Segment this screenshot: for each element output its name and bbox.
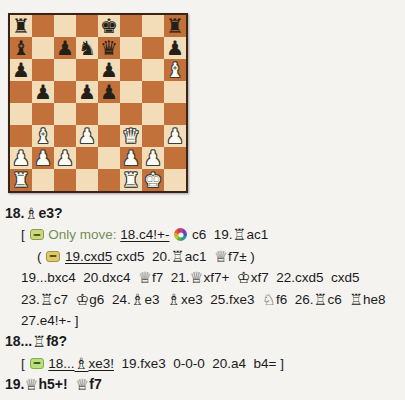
square-f2: ♟ bbox=[120, 147, 142, 169]
square-c5 bbox=[54, 81, 76, 103]
move-text[interactable]: xf7+ bbox=[203, 270, 236, 285]
square-f7 bbox=[120, 37, 142, 59]
move-text[interactable]: 23. bbox=[21, 292, 40, 307]
figurine-Q: ♕ bbox=[214, 248, 228, 266]
analysis-line-1: 18.♗e3? bbox=[0, 203, 405, 224]
figurine-Q: ♕ bbox=[190, 269, 204, 287]
square-g7 bbox=[142, 37, 164, 59]
square-a3 bbox=[10, 125, 32, 147]
chess-board-grid: ♜♚♜♝♟♞♛♟♟♟♝♟♟♟♝♟♛♟♟♟♟♟♟♜♜♚ bbox=[10, 15, 186, 191]
square-d4 bbox=[76, 103, 98, 125]
square-e6: ♟ bbox=[98, 59, 120, 81]
square-e1 bbox=[98, 169, 120, 191]
square-c3 bbox=[54, 125, 76, 147]
piece-white-bishop: ♝ bbox=[34, 125, 52, 147]
figurine-Q: ♕ bbox=[138, 269, 152, 287]
move-text[interactable]: 18... bbox=[5, 333, 32, 349]
square-b7 bbox=[32, 37, 54, 59]
analysis-line-8: [ 18...♗xe3! 19.fxe3 0-0-0 20.a4 b4= ] bbox=[0, 353, 405, 374]
square-h8: ♜ bbox=[164, 15, 186, 37]
figurine-B: ♗ bbox=[24, 205, 38, 223]
square-g6 bbox=[142, 59, 164, 81]
piece-white-pawn: ♟ bbox=[12, 147, 30, 169]
move-text[interactable]: 18... bbox=[48, 356, 74, 371]
piece-black-rook: ♜ bbox=[166, 15, 184, 37]
square-f5 bbox=[120, 81, 142, 103]
square-f3: ♛ bbox=[120, 125, 142, 147]
square-h5 bbox=[164, 81, 186, 103]
move-text[interactable]: xf7 22.cxd5 cxd5 bbox=[251, 270, 360, 285]
square-d8 bbox=[76, 15, 98, 37]
square-h3: ♟ bbox=[164, 125, 186, 147]
square-b8 bbox=[32, 15, 54, 37]
move-text[interactable]: g6 24. bbox=[89, 292, 130, 307]
piece-white-pawn: ♟ bbox=[122, 147, 140, 169]
move-text: ( bbox=[37, 249, 45, 264]
figurine-R: ♖ bbox=[32, 333, 46, 351]
analysis-panel: 18.♗e3?[ Only move: 18.c4!+- c6 19.♖ac1(… bbox=[0, 203, 405, 396]
piece-black-pawn: ♟ bbox=[100, 81, 118, 103]
square-g3 bbox=[142, 125, 164, 147]
square-f1: ♜ bbox=[120, 169, 142, 191]
figurine-K: ♔ bbox=[237, 269, 251, 287]
minus-green-eval-icon bbox=[30, 229, 44, 240]
piece-black-knight: ♞ bbox=[78, 37, 96, 59]
figurine-R: ♖ bbox=[314, 291, 328, 309]
move-text: Only move: bbox=[48, 227, 120, 242]
analysis-line-3: ( 19.cxd5 cxd5 20.♖ac1 ♕f7± ) bbox=[0, 246, 405, 267]
square-e8: ♚ bbox=[98, 15, 120, 37]
square-f4 bbox=[120, 103, 142, 125]
square-a7: ♝ bbox=[10, 37, 32, 59]
piece-white-king: ♚ bbox=[144, 169, 162, 191]
square-b5: ♟ bbox=[32, 81, 54, 103]
square-g4 bbox=[142, 103, 164, 125]
square-a5 bbox=[10, 81, 32, 103]
move-text[interactable]: xe3 25.fxe3 bbox=[181, 292, 262, 307]
square-c7: ♟ bbox=[54, 37, 76, 59]
move-text[interactable]: xe3! bbox=[88, 356, 114, 371]
move-text[interactable]: he8 bbox=[363, 292, 386, 307]
square-e5: ♟ bbox=[98, 81, 120, 103]
piece-white-pawn: ♟ bbox=[34, 147, 52, 169]
square-h4 bbox=[164, 103, 186, 125]
piece-black-pawn: ♟ bbox=[78, 81, 96, 103]
move-text[interactable]: cxd5 20. bbox=[112, 249, 171, 264]
square-d6 bbox=[76, 59, 98, 81]
figurine-B: ♗ bbox=[167, 291, 181, 309]
piece-black-king: ♚ bbox=[100, 15, 118, 37]
piece-black-bishop: ♝ bbox=[12, 37, 30, 59]
color-wheel-center bbox=[178, 232, 183, 237]
analysis-line-5: 23.♖c7 ♔g6 24.♗e3 ♗xe3 25.fxe3 ♘f6 26.♖c… bbox=[0, 289, 405, 310]
piece-white-queen: ♛ bbox=[122, 125, 140, 147]
color-wheel-icon bbox=[174, 228, 187, 241]
piece-black-queen: ♛ bbox=[100, 37, 118, 59]
square-c1 bbox=[54, 169, 76, 191]
move-text[interactable]: 18. bbox=[5, 205, 24, 221]
move-text[interactable]: f7 21. bbox=[152, 270, 190, 285]
square-f8 bbox=[120, 15, 142, 37]
figurine-N: ♘ bbox=[262, 291, 276, 309]
minus-dash bbox=[33, 362, 40, 364]
move-text: [ bbox=[21, 356, 29, 371]
square-h7: ♟ bbox=[164, 37, 186, 59]
square-g8 bbox=[142, 15, 164, 37]
square-b2: ♟ bbox=[32, 147, 54, 169]
minus-lightgreen-eval-icon bbox=[30, 358, 44, 369]
move-text[interactable]: 19...bxc4 20.dxc4 bbox=[21, 270, 138, 285]
square-d7: ♞ bbox=[76, 37, 98, 59]
analysis-line-7: 18...♖f8? bbox=[0, 331, 405, 352]
move-text[interactable]: 19. bbox=[5, 376, 24, 392]
piece-white-rook: ♜ bbox=[122, 169, 140, 191]
piece-white-pawn: ♟ bbox=[56, 147, 74, 169]
move-text[interactable]: f6 26. bbox=[276, 292, 314, 307]
square-e4 bbox=[98, 103, 120, 125]
figurine-R: ♖ bbox=[40, 291, 54, 309]
piece-white-pawn: ♟ bbox=[78, 125, 96, 147]
square-d3: ♟ bbox=[76, 125, 98, 147]
square-a1: ♜ bbox=[10, 169, 32, 191]
move-text[interactable]: h5+! bbox=[38, 376, 75, 392]
square-a8: ♜ bbox=[10, 15, 32, 37]
move-text[interactable]: c6 19. bbox=[188, 227, 232, 242]
figurine-Q: ♕ bbox=[75, 376, 89, 394]
square-h2 bbox=[164, 147, 186, 169]
square-b6 bbox=[32, 59, 54, 81]
square-g2: ♟ bbox=[142, 147, 164, 169]
figurine-R: ♖ bbox=[171, 248, 185, 266]
figurine-R: ♖ bbox=[233, 226, 247, 244]
square-a2: ♟ bbox=[10, 147, 32, 169]
piece-black-rook: ♜ bbox=[12, 15, 30, 37]
square-d1 bbox=[76, 169, 98, 191]
piece-black-pawn: ♟ bbox=[100, 59, 118, 81]
move-text[interactable]: 18.c4!+- bbox=[120, 227, 169, 242]
square-h6: ♝ bbox=[164, 59, 186, 81]
piece-white-pawn: ♟ bbox=[144, 147, 162, 169]
square-c2: ♟ bbox=[54, 147, 76, 169]
square-d5: ♟ bbox=[76, 81, 98, 103]
move-text[interactable]: 27.e4!+- ] bbox=[21, 313, 78, 328]
move-text[interactable]: e3? bbox=[38, 205, 62, 221]
move-text[interactable]: f7± ) bbox=[228, 249, 255, 264]
square-a4 bbox=[10, 103, 32, 125]
move-text[interactable]: c6 bbox=[327, 292, 349, 307]
piece-black-pawn: ♟ bbox=[12, 59, 30, 81]
figurine-B[interactable]: ♗ bbox=[75, 355, 89, 373]
piece-black-pawn: ♟ bbox=[56, 37, 74, 59]
analysis-line-4: 19...bxc4 20.dxc4 ♕f7 21.♕xf7+ ♔xf7 22.c… bbox=[0, 267, 405, 288]
move-text[interactable]: 19.fxe3 0-0-0 20.a4 b4= ] bbox=[114, 356, 284, 371]
chess-board: ♜♚♜♝♟♞♛♟♟♟♝♟♟♟♝♟♛♟♟♟♟♟♟♜♜♚ bbox=[8, 13, 188, 193]
analysis-line-6: 27.e4!+- ] bbox=[0, 310, 405, 331]
move-text[interactable]: ac1 bbox=[246, 227, 268, 242]
analysis-line-9: 19.♕h5+! ♕f7 bbox=[0, 374, 405, 395]
square-b1 bbox=[32, 169, 54, 191]
square-d2 bbox=[76, 147, 98, 169]
square-b4 bbox=[32, 103, 54, 125]
figurine-K: ♔ bbox=[75, 291, 89, 309]
piece-white-bishop: ♝ bbox=[166, 59, 184, 81]
move-text[interactable]: 19.cxd5 bbox=[65, 249, 112, 264]
piece-black-pawn: ♟ bbox=[166, 37, 184, 59]
square-c4 bbox=[54, 103, 76, 125]
minus-dash bbox=[33, 234, 40, 236]
move-text: [ bbox=[21, 227, 29, 242]
square-e7: ♛ bbox=[98, 37, 120, 59]
square-g1: ♚ bbox=[142, 169, 164, 191]
piece-white-pawn: ♟ bbox=[166, 125, 184, 147]
square-e3 bbox=[98, 125, 120, 147]
square-h1 bbox=[164, 169, 186, 191]
piece-black-pawn: ♟ bbox=[34, 81, 52, 103]
square-c6 bbox=[54, 59, 76, 81]
square-e2 bbox=[98, 147, 120, 169]
move-text[interactable]: f8? bbox=[46, 333, 67, 349]
move-text[interactable]: e3 bbox=[145, 292, 168, 307]
square-b3: ♝ bbox=[32, 125, 54, 147]
analysis-line-2: [ Only move: 18.c4!+- c6 19.♖ac1 bbox=[0, 224, 405, 245]
minus-dash bbox=[50, 255, 57, 257]
square-g5 bbox=[142, 81, 164, 103]
move-text[interactable]: f7 bbox=[89, 376, 101, 392]
move-text[interactable]: c7 bbox=[54, 292, 76, 307]
square-a6: ♟ bbox=[10, 59, 32, 81]
piece-white-rook: ♜ bbox=[12, 169, 30, 191]
figurine-Q: ♕ bbox=[24, 376, 38, 394]
minus-yellow-eval-icon bbox=[46, 251, 60, 262]
figurine-R: ♖ bbox=[349, 291, 363, 309]
figurine-B: ♗ bbox=[131, 291, 145, 309]
move-text bbox=[169, 227, 173, 242]
move-text[interactable]: ac1 bbox=[185, 249, 214, 264]
square-f6 bbox=[120, 59, 142, 81]
square-c8 bbox=[54, 15, 76, 37]
